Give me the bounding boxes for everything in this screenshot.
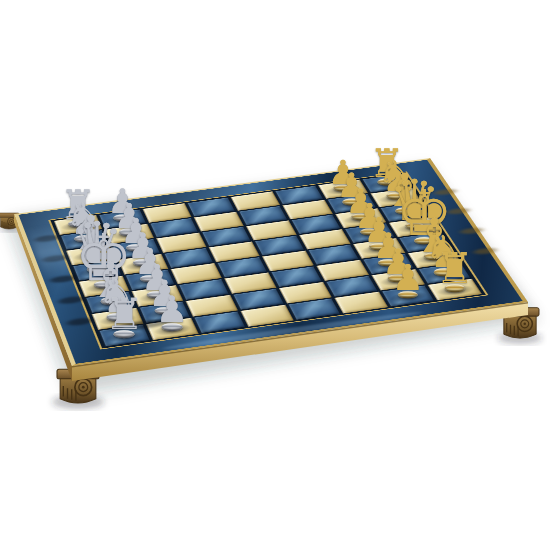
chess-set-photo: ♜♟♞♟♝♟♟♜♛♟♟♞♚♟♟♝♝♟♟♛♞♟♟♚♜♟♟♝♟♞♟♜ [0, 0, 550, 550]
piece-contact-shadow [388, 290, 429, 304]
piece-contact-shadow [369, 258, 410, 272]
piece-contact-shadow [415, 252, 456, 266]
piece-contact-shadow [434, 283, 476, 297]
piece-contact-shadow [378, 274, 419, 288]
piece-contact-shadow [424, 267, 465, 281]
piece-contact-shadow [105, 329, 146, 344]
gold-reflection [459, 227, 485, 235]
gold-reflection [433, 188, 458, 196]
gold-reflection [446, 207, 472, 215]
gold-reflection [472, 247, 498, 255]
